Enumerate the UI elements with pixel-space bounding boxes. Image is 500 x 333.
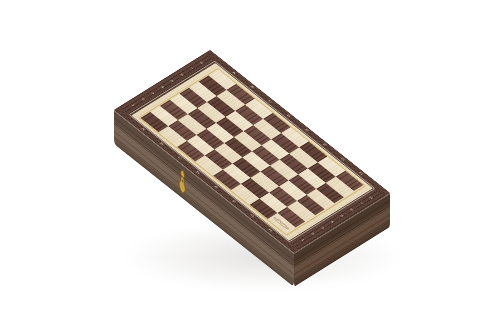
product-photo: ABCDEFGH ABCDEFGH 87654321 87654321 — [0, 0, 500, 333]
